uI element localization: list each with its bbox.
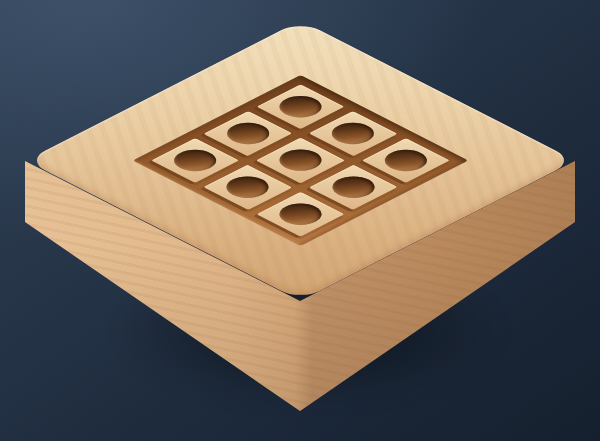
tic-tac-toe-board-photo bbox=[0, 0, 600, 441]
pegs-layer bbox=[0, 0, 600, 441]
